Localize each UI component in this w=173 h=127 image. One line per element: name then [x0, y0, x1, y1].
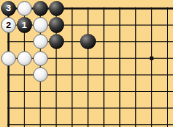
black-stone	[33, 1, 48, 16]
go-problem-screenshot: 321	[0, 0, 173, 127]
black-stone-move-3: 3	[1, 1, 16, 16]
go-board[interactable]: 321	[0, 0, 173, 127]
move-number-label: 1	[22, 21, 27, 30]
black-stone-move-1: 1	[17, 17, 32, 32]
white-stone-move-2: 2	[1, 17, 16, 32]
white-stone	[17, 1, 32, 16]
move-number-label: 3	[6, 4, 11, 13]
white-stone	[17, 51, 32, 66]
black-stone	[49, 1, 64, 16]
black-stone	[49, 17, 64, 32]
white-stone	[33, 67, 48, 82]
stones-layer: 321	[1, 0, 173, 127]
move-number-label: 2	[6, 21, 11, 30]
black-stone	[80, 34, 95, 49]
white-stone	[1, 51, 16, 66]
white-stone	[33, 34, 48, 49]
white-stone	[33, 17, 48, 32]
black-stone	[49, 34, 64, 49]
white-stone	[33, 51, 48, 66]
